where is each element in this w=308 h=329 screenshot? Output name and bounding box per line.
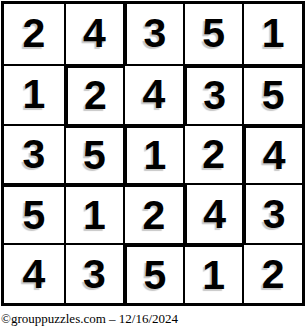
cell-digit: 4 xyxy=(263,135,286,176)
cell-r5c4: 1 xyxy=(183,243,243,303)
cell-r2c3: 4 xyxy=(123,64,183,124)
cell-digit: 2 xyxy=(84,75,107,116)
cell-r2c5: 5 xyxy=(242,64,302,124)
cell-r1c4: 5 xyxy=(183,4,243,64)
cell-r2c1: 1 xyxy=(4,64,64,124)
cell-r5c3: 5 xyxy=(123,243,183,303)
cell-r2c4: 3 xyxy=(183,64,243,124)
cell-digit: 4 xyxy=(143,74,166,115)
cell-digit: 3 xyxy=(144,13,167,54)
cell-digit: 5 xyxy=(202,13,225,54)
cell-r1c2: 4 xyxy=(64,4,124,64)
cell-r5c5: 2 xyxy=(242,243,302,303)
cell-digit: 1 xyxy=(262,13,285,54)
cell-r3c4: 2 xyxy=(183,124,243,184)
puzzle-board: 2435112435351245124343512 xyxy=(1,1,305,306)
cell-r2c2: 2 xyxy=(64,64,124,124)
cell-digit: 1 xyxy=(202,255,225,296)
cell-digit: 3 xyxy=(203,75,226,116)
cell-r4c4: 4 xyxy=(183,183,243,243)
cell-digit: 5 xyxy=(83,135,106,176)
cell-r3c3: 1 xyxy=(123,124,183,184)
cell-digit: 2 xyxy=(22,13,45,54)
cell-digit: 2 xyxy=(143,195,166,236)
cell-digit: 3 xyxy=(263,194,286,235)
cell-digit: 5 xyxy=(22,195,45,236)
cell-r3c5: 4 xyxy=(242,124,302,184)
cell-digit: 5 xyxy=(144,255,167,296)
cell-digit: 4 xyxy=(83,13,106,54)
cell-r3c2: 5 xyxy=(64,124,124,184)
cell-digit: 1 xyxy=(83,195,106,236)
cell-digit: 3 xyxy=(22,134,45,175)
cell-r1c5: 1 xyxy=(242,4,302,64)
cell-digit: 5 xyxy=(262,75,285,116)
cell-r5c1: 4 xyxy=(4,243,64,303)
cell-r4c1: 5 xyxy=(4,183,64,243)
cell-digit: 3 xyxy=(83,254,106,295)
cell-r4c2: 1 xyxy=(64,183,124,243)
cell-r4c5: 3 xyxy=(242,183,302,243)
cell-r5c2: 3 xyxy=(64,243,124,303)
cell-digit: 1 xyxy=(22,74,45,115)
cell-r1c1: 2 xyxy=(4,4,64,64)
cell-digit: 4 xyxy=(22,254,45,295)
cell-digit: 4 xyxy=(203,194,226,235)
copyright-text: ©grouppuzzles.com – 12/16/2024 xyxy=(1,311,178,327)
cell-r1c3: 3 xyxy=(123,4,183,64)
cell-r4c3: 2 xyxy=(123,183,183,243)
cell-digit: 1 xyxy=(144,135,167,176)
cell-r3c1: 3 xyxy=(4,124,64,184)
cell-digit: 2 xyxy=(202,134,225,175)
cell-digit: 2 xyxy=(262,254,285,295)
